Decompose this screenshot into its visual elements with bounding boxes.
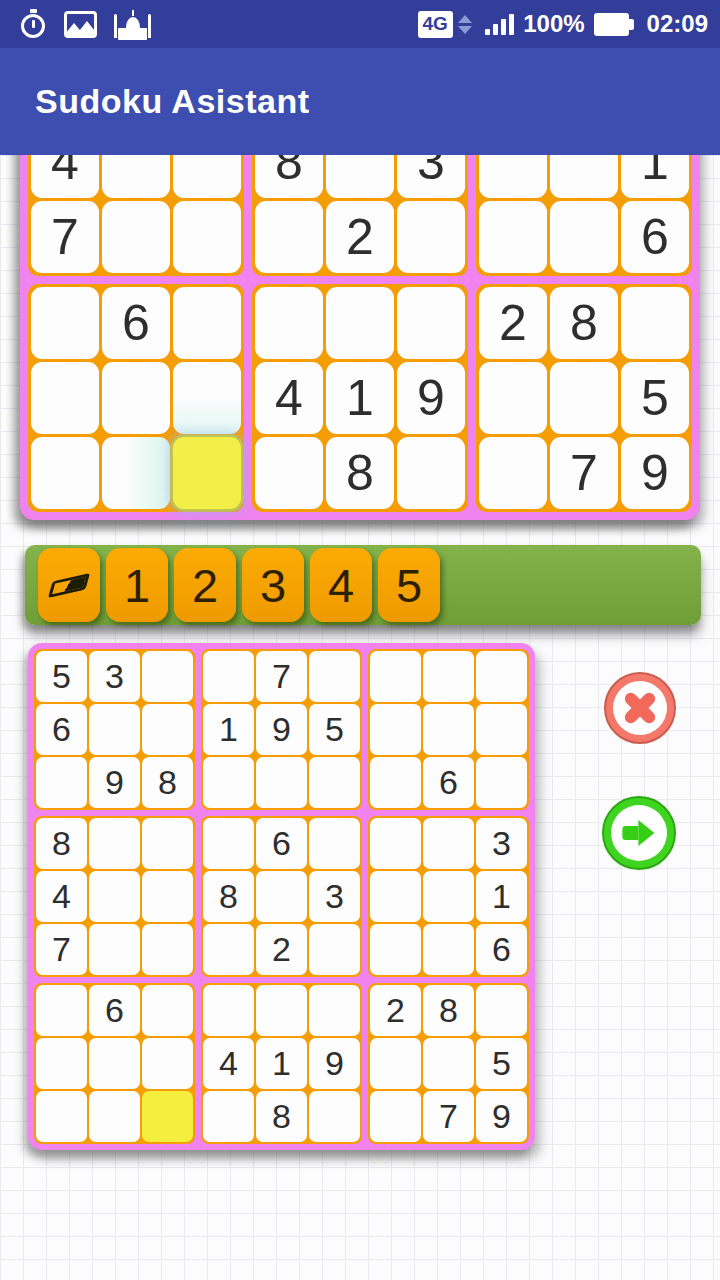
cell-r5c9[interactable]: 1: [476, 871, 527, 922]
cell-r8c8[interactable]: [550, 362, 618, 434]
box-row: 8476832316: [34, 816, 529, 977]
cell-r7c9[interactable]: [621, 287, 689, 359]
cell-r4c8[interactable]: [423, 818, 474, 869]
box-row: 4783216: [28, 155, 692, 276]
cell-r7c5[interactable]: [326, 287, 394, 359]
cell-r3c6[interactable]: [309, 757, 360, 808]
cell-r7c6[interactable]: [309, 985, 360, 1036]
cell-r5c3[interactable]: [142, 871, 193, 922]
cell-r1c4[interactable]: [203, 651, 254, 702]
cell-r3c3[interactable]: 8: [142, 757, 193, 808]
network-activity-arrows-icon: [458, 15, 472, 34]
gallery-icon: [64, 11, 97, 38]
cell-r6c2[interactable]: [89, 924, 140, 975]
number-button-2[interactable]: 2: [174, 548, 236, 622]
status-bar: 4G 100% 02:09: [0, 0, 720, 48]
cell-r5c2[interactable]: [89, 871, 140, 922]
cell-r5c4[interactable]: 8: [255, 155, 323, 198]
sudoku-box: 6: [368, 649, 529, 810]
cell-r5c1[interactable]: 4: [31, 155, 99, 198]
cell-r3c4[interactable]: [203, 757, 254, 808]
cell-r8c5[interactable]: 1: [256, 1038, 307, 1089]
sudoku-box: 7195: [201, 649, 362, 810]
cell-r7c8[interactable]: 8: [423, 985, 474, 1036]
cell-r5c6[interactable]: 3: [397, 155, 465, 198]
cell-r8c6[interactable]: 9: [397, 362, 465, 434]
battery-icon: [594, 13, 634, 36]
next-button[interactable]: [602, 796, 676, 870]
cell-r6c8[interactable]: [550, 201, 618, 273]
cell-r8c3[interactable]: [142, 1038, 193, 1089]
cell-r1c1[interactable]: 5: [36, 651, 87, 702]
battery-percent: 100%: [523, 10, 584, 38]
cell-r9c2[interactable]: [102, 437, 170, 509]
cell-r8c1[interactable]: [36, 1038, 87, 1089]
clock-time: 02:09: [647, 10, 708, 38]
cell-r7c3[interactable]: [173, 287, 241, 359]
cell-r8c4[interactable]: 4: [203, 1038, 254, 1089]
page-title: Sudoku Asistant: [0, 82, 310, 121]
cell-r7c7[interactable]: 2: [370, 985, 421, 1036]
cell-r4c6[interactable]: [309, 818, 360, 869]
cell-r4c7[interactable]: [370, 818, 421, 869]
cell-r7c3[interactable]: [142, 985, 193, 1036]
cell-r7c9[interactable]: [476, 985, 527, 1036]
cell-r8c9[interactable]: 5: [621, 362, 689, 434]
box-row: 6419828579: [28, 284, 692, 512]
sudoku-box: 4198: [201, 983, 362, 1144]
cell-r1c6[interactable]: [309, 651, 360, 702]
sudoku-box: 28579: [476, 284, 692, 512]
cell-r9c2[interactable]: [89, 1091, 140, 1142]
cell-r8c3[interactable]: [173, 362, 241, 434]
number-button-1[interactable]: 1: [106, 548, 168, 622]
cell-r5c5[interactable]: [326, 155, 394, 198]
cell-r9c8[interactable]: 7: [423, 1091, 474, 1142]
sudoku-box: 53698: [34, 649, 195, 810]
cell-r8c6[interactable]: 9: [309, 1038, 360, 1089]
cell-r2c4[interactable]: 1: [203, 704, 254, 755]
cell-r8c8[interactable]: [423, 1038, 474, 1089]
cell-r6c6[interactable]: [397, 201, 465, 273]
cell-r6c4[interactable]: [255, 201, 323, 273]
cell-r9c7[interactable]: [370, 1091, 421, 1142]
signal-bars-icon: [485, 14, 515, 35]
cell-r4c4[interactable]: [203, 818, 254, 869]
cell-r8c5[interactable]: 1: [326, 362, 394, 434]
cell-r1c7[interactable]: [370, 651, 421, 702]
cell-r5c8[interactable]: [423, 871, 474, 922]
cell-r7c5[interactable]: [256, 985, 307, 1036]
cell-r7c6[interactable]: [397, 287, 465, 359]
status-icons-left: [0, 9, 151, 40]
cell-r9c7[interactable]: [479, 437, 547, 509]
cell-r3c2[interactable]: 9: [89, 757, 140, 808]
cell-r7c2[interactable]: 6: [102, 287, 170, 359]
sudoku-box: 16: [476, 155, 692, 276]
cell-r8c2[interactable]: [102, 362, 170, 434]
cell-r5c6[interactable]: 3: [309, 871, 360, 922]
cell-r6c9[interactable]: 6: [621, 201, 689, 273]
cell-r9c5[interactable]: 8: [326, 437, 394, 509]
number-toolbar: 12345: [25, 545, 701, 625]
cell-r9c4[interactable]: [255, 437, 323, 509]
sudoku-board-zoomed: 47832166419828579: [20, 155, 700, 520]
cell-r9c3[interactable]: [173, 437, 241, 509]
cell-r6c3[interactable]: [173, 201, 241, 273]
cell-r7c7[interactable]: 2: [479, 287, 547, 359]
sudoku-box: 6832: [201, 816, 362, 977]
close-button[interactable]: [604, 672, 676, 744]
cell-r4c3[interactable]: [142, 818, 193, 869]
cell-r3c5[interactable]: [256, 757, 307, 808]
cell-r9c9[interactable]: 9: [621, 437, 689, 509]
cell-r5c2[interactable]: [102, 155, 170, 198]
cell-r6c5[interactable]: 2: [326, 201, 394, 273]
cell-r5c9[interactable]: 1: [621, 155, 689, 198]
status-icons-right: 4G 100% 02:09: [418, 10, 720, 38]
cell-r3c7[interactable]: [370, 757, 421, 808]
box-row: 5369871956: [34, 649, 529, 810]
cell-r6c7[interactable]: [370, 924, 421, 975]
zoomed-board-view: 47832166419828579: [6, 155, 714, 538]
app-bar: Sudoku Asistant: [0, 48, 720, 155]
cell-r6c1[interactable]: 7: [31, 201, 99, 273]
eraser-button[interactable]: [38, 548, 100, 622]
cell-r1c3[interactable]: [142, 651, 193, 702]
cell-r9c8[interactable]: 7: [550, 437, 618, 509]
stopwatch-icon: [20, 9, 47, 40]
cell-r9c3[interactable]: [142, 1091, 193, 1142]
cell-r2c3[interactable]: [142, 704, 193, 755]
cell-r6c9[interactable]: 6: [476, 924, 527, 975]
cell-r1c5[interactable]: 7: [256, 651, 307, 702]
cell-r8c7[interactable]: [370, 1038, 421, 1089]
cell-r5c8[interactable]: [550, 155, 618, 198]
cell-r3c8[interactable]: 6: [423, 757, 474, 808]
cell-r2c9[interactable]: [476, 704, 527, 755]
cell-r9c4[interactable]: [203, 1091, 254, 1142]
cell-r6c1[interactable]: 7: [36, 924, 87, 975]
cell-r7c8[interactable]: 8: [550, 287, 618, 359]
screen: 4G 100% 02:09 Sudoku Asistant 4783216641…: [0, 0, 720, 1280]
cell-r6c4[interactable]: [203, 924, 254, 975]
cell-r7c4[interactable]: [203, 985, 254, 1036]
cell-r2c1[interactable]: 6: [36, 704, 87, 755]
cell-r2c8[interactable]: [423, 704, 474, 755]
cell-r5c4[interactable]: 8: [203, 871, 254, 922]
sudoku-box: 832: [252, 155, 468, 276]
sudoku-box: 316: [368, 816, 529, 977]
sudoku-box: 47: [28, 155, 244, 276]
cell-r6c8[interactable]: [423, 924, 474, 975]
cell-r7c4[interactable]: [255, 287, 323, 359]
cell-r4c1[interactable]: 8: [36, 818, 87, 869]
eraser-icon: [48, 573, 90, 598]
cell-r4c2[interactable]: [89, 818, 140, 869]
sudoku-box: 28579: [368, 983, 529, 1144]
cell-r8c7[interactable]: [479, 362, 547, 434]
cell-r2c5[interactable]: 9: [256, 704, 307, 755]
cell-r8c9[interactable]: 5: [476, 1038, 527, 1089]
number-button-5[interactable]: 5: [378, 548, 440, 622]
cell-r5c7[interactable]: [479, 155, 547, 198]
cell-r7c2[interactable]: 6: [89, 985, 140, 1036]
network-4g-badge: 4G: [418, 11, 453, 38]
cell-r1c2[interactable]: 3: [89, 651, 140, 702]
cell-r6c2[interactable]: [102, 201, 170, 273]
cell-r7c1[interactable]: [31, 287, 99, 359]
number-button-3[interactable]: 3: [242, 548, 304, 622]
cell-r1c8[interactable]: [423, 651, 474, 702]
cell-r4c9[interactable]: 3: [476, 818, 527, 869]
cell-r3c1[interactable]: [36, 757, 87, 808]
cell-r2c6[interactable]: 5: [309, 704, 360, 755]
cell-r6c7[interactable]: [479, 201, 547, 273]
number-button-4[interactable]: 4: [310, 548, 372, 622]
sudoku-box: 4198: [252, 284, 468, 512]
cell-r4c5[interactable]: 6: [256, 818, 307, 869]
cell-r9c1[interactable]: [36, 1091, 87, 1142]
cell-r6c5[interactable]: 2: [256, 924, 307, 975]
cell-r8c1[interactable]: [31, 362, 99, 434]
cell-r1c9[interactable]: [476, 651, 527, 702]
cell-r5c1[interactable]: 4: [36, 871, 87, 922]
cell-r2c7[interactable]: [370, 704, 421, 755]
cell-r9c6[interactable]: [397, 437, 465, 509]
cell-r9c5[interactable]: 8: [256, 1091, 307, 1142]
cell-r5c7[interactable]: [370, 871, 421, 922]
cell-r9c1[interactable]: [31, 437, 99, 509]
cell-r9c6[interactable]: [309, 1091, 360, 1142]
sudoku-box: 6: [34, 983, 195, 1144]
cell-r8c4[interactable]: 4: [255, 362, 323, 434]
cell-r6c6[interactable]: [309, 924, 360, 975]
sudoku-box: 847: [34, 816, 195, 977]
cell-r3c9[interactable]: [476, 757, 527, 808]
cell-r6c3[interactable]: [142, 924, 193, 975]
cell-r5c5[interactable]: [256, 871, 307, 922]
cell-r9c9[interactable]: 9: [476, 1091, 527, 1142]
cell-r7c1[interactable]: [36, 985, 87, 1036]
cell-r8c2[interactable]: [89, 1038, 140, 1089]
cell-r2c2[interactable]: [89, 704, 140, 755]
sudoku-box: 6: [28, 284, 244, 512]
cell-r5c3[interactable]: [173, 155, 241, 198]
mosque-icon: [114, 9, 151, 40]
sudoku-board-full: 536987195684768323166419828579: [28, 643, 535, 1150]
box-row: 6419828579: [34, 983, 529, 1144]
